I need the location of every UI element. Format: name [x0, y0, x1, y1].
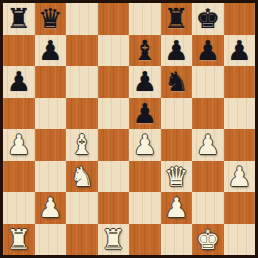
square-c5[interactable] — [66, 98, 98, 130]
square-b2[interactable]: ♟ — [35, 192, 67, 224]
square-e5[interactable]: ♟ — [129, 98, 161, 130]
square-b8[interactable]: ♛ — [35, 3, 67, 35]
square-f7[interactable]: ♟ — [161, 35, 193, 67]
black-knight-f6[interactable]: ♞ — [164, 66, 188, 97]
square-d1[interactable]: ♜ — [98, 224, 130, 256]
square-a6[interactable]: ♟ — [3, 66, 35, 98]
square-g3[interactable] — [192, 161, 224, 193]
black-rook-f8[interactable]: ♜ — [164, 3, 188, 34]
square-h3[interactable]: ♟ — [224, 161, 256, 193]
square-b4[interactable] — [35, 129, 67, 161]
square-f3[interactable]: ♛ — [161, 161, 193, 193]
black-pawn-e5[interactable]: ♟ — [133, 98, 157, 129]
square-a5[interactable] — [3, 98, 35, 130]
square-h6[interactable] — [224, 66, 256, 98]
black-pawn-b7[interactable]: ♟ — [38, 35, 62, 66]
black-pawn-g7[interactable]: ♟ — [196, 35, 220, 66]
square-g6[interactable] — [192, 66, 224, 98]
square-c2[interactable] — [66, 192, 98, 224]
black-pawn-h7[interactable]: ♟ — [227, 35, 251, 66]
white-rook-d1[interactable]: ♜ — [101, 224, 125, 255]
square-d6[interactable] — [98, 66, 130, 98]
square-f5[interactable] — [161, 98, 193, 130]
square-f6[interactable]: ♞ — [161, 66, 193, 98]
square-h7[interactable]: ♟ — [224, 35, 256, 67]
square-d3[interactable] — [98, 161, 130, 193]
square-g2[interactable] — [192, 192, 224, 224]
square-c1[interactable] — [66, 224, 98, 256]
square-d2[interactable] — [98, 192, 130, 224]
white-rook-a1[interactable]: ♜ — [7, 224, 31, 255]
square-b7[interactable]: ♟ — [35, 35, 67, 67]
square-a8[interactable]: ♜ — [3, 3, 35, 35]
square-h8[interactable] — [224, 3, 256, 35]
square-g4[interactable]: ♟ — [192, 129, 224, 161]
square-e8[interactable] — [129, 3, 161, 35]
black-pawn-a6[interactable]: ♟ — [7, 66, 31, 97]
square-h1[interactable] — [224, 224, 256, 256]
square-c4[interactable]: ♝ — [66, 129, 98, 161]
square-g8[interactable]: ♚ — [192, 3, 224, 35]
black-king-g8[interactable]: ♚ — [196, 3, 220, 34]
white-pawn-g4[interactable]: ♟ — [196, 129, 220, 160]
square-e3[interactable] — [129, 161, 161, 193]
square-g1[interactable]: ♚ — [192, 224, 224, 256]
white-pawn-b2[interactable]: ♟ — [38, 192, 62, 223]
square-a3[interactable] — [3, 161, 35, 193]
square-g5[interactable] — [192, 98, 224, 130]
square-e4[interactable]: ♟ — [129, 129, 161, 161]
square-c3[interactable]: ♞ — [66, 161, 98, 193]
black-pawn-e6[interactable]: ♟ — [133, 66, 157, 97]
white-king-g1[interactable]: ♚ — [196, 224, 220, 255]
square-e2[interactable] — [129, 192, 161, 224]
square-e1[interactable] — [129, 224, 161, 256]
white-pawn-e4[interactable]: ♟ — [133, 129, 157, 160]
square-e7[interactable]: ♝ — [129, 35, 161, 67]
white-pawn-h3[interactable]: ♟ — [227, 161, 251, 192]
white-bishop-c4[interactable]: ♝ — [70, 129, 94, 160]
square-c8[interactable] — [66, 3, 98, 35]
square-g7[interactable]: ♟ — [192, 35, 224, 67]
square-d8[interactable] — [98, 3, 130, 35]
chess-board: ♜♛♜♚♟♝♟♟♟♟♟♞♟♟♝♟♟♞♛♟♟♟♜♜♚ — [0, 0, 258, 258]
white-pawn-f2[interactable]: ♟ — [164, 192, 188, 223]
white-knight-c3[interactable]: ♞ — [70, 161, 94, 192]
square-f2[interactable]: ♟ — [161, 192, 193, 224]
square-f8[interactable]: ♜ — [161, 3, 193, 35]
square-f4[interactable] — [161, 129, 193, 161]
square-h4[interactable] — [224, 129, 256, 161]
square-d5[interactable] — [98, 98, 130, 130]
square-d4[interactable] — [98, 129, 130, 161]
square-c7[interactable] — [66, 35, 98, 67]
square-h2[interactable] — [224, 192, 256, 224]
black-rook-a8[interactable]: ♜ — [7, 3, 31, 34]
square-b6[interactable] — [35, 66, 67, 98]
square-h5[interactable] — [224, 98, 256, 130]
square-f1[interactable] — [161, 224, 193, 256]
white-queen-f3[interactable]: ♛ — [164, 161, 188, 192]
square-a4[interactable]: ♟ — [3, 129, 35, 161]
square-b3[interactable] — [35, 161, 67, 193]
black-pawn-f7[interactable]: ♟ — [164, 35, 188, 66]
square-b5[interactable] — [35, 98, 67, 130]
square-c6[interactable] — [66, 66, 98, 98]
square-a1[interactable]: ♜ — [3, 224, 35, 256]
black-bishop-e7[interactable]: ♝ — [133, 35, 157, 66]
square-a2[interactable] — [3, 192, 35, 224]
square-b1[interactable] — [35, 224, 67, 256]
white-pawn-a4[interactable]: ♟ — [7, 129, 31, 160]
square-a7[interactable] — [3, 35, 35, 67]
square-d7[interactable] — [98, 35, 130, 67]
black-queen-b8[interactable]: ♛ — [38, 3, 62, 34]
square-e6[interactable]: ♟ — [129, 66, 161, 98]
